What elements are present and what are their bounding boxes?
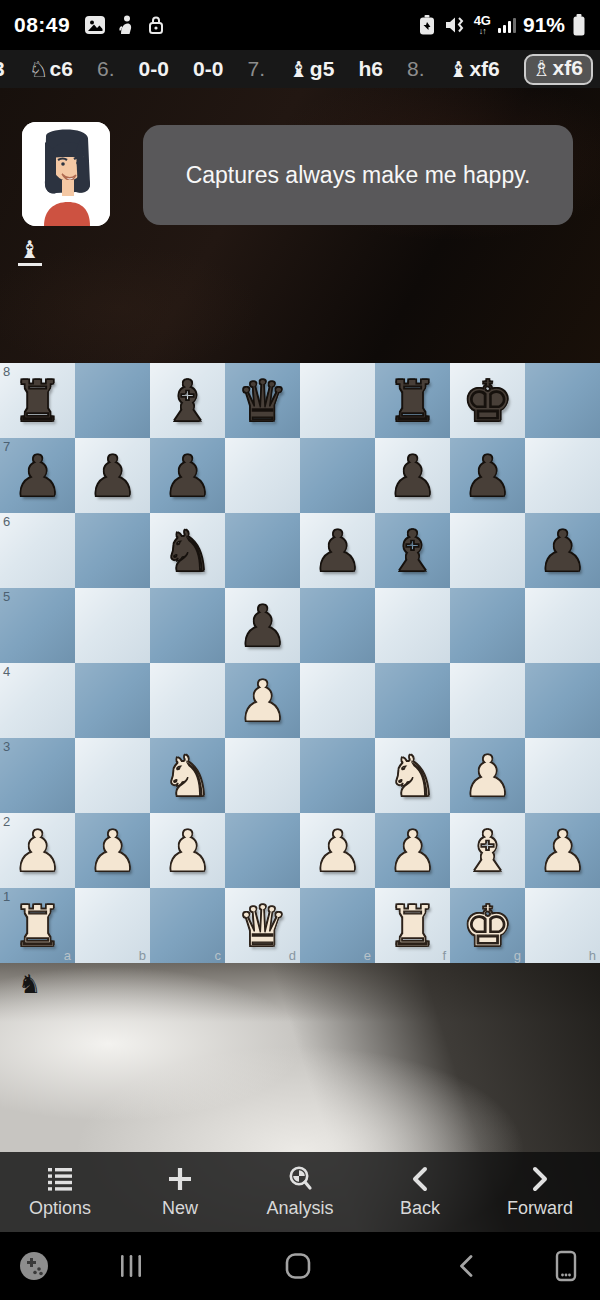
square-d8[interactable]: ♛ [225, 363, 300, 438]
move-text: xf6 [469, 57, 499, 81]
move-text: 0-0 [139, 57, 169, 81]
figurine-icon: ♝ [289, 57, 309, 82]
move-item[interactable]: ♗xf6 [524, 54, 593, 85]
back-icon[interactable] [444, 1232, 488, 1300]
piece-black-king: ♚ [462, 373, 513, 430]
square-e8[interactable] [300, 363, 375, 438]
square-e6[interactable]: ♟ [300, 513, 375, 588]
square-e2[interactable]: ♟ [300, 813, 375, 888]
square-h5[interactable] [525, 588, 600, 663]
move-text: 3 [0, 57, 5, 81]
square-h8[interactable] [525, 363, 600, 438]
piece-black-pawn: ♟ [87, 448, 138, 505]
back-label: Back [400, 1198, 440, 1219]
analysis-lens-icon [286, 1165, 314, 1192]
square-c3[interactable]: ♞ [150, 738, 225, 813]
piece-white-knight: ♞ [387, 748, 438, 805]
square-c6[interactable]: ♞ [150, 513, 225, 588]
piece-white-king: ♚ [462, 898, 513, 955]
piece-black-pawn: ♟ [162, 448, 213, 505]
file-label: f [442, 948, 446, 963]
square-a7[interactable]: 7♟ [0, 438, 75, 513]
square-h4[interactable] [525, 663, 600, 738]
battery-percent: 91% [523, 13, 565, 37]
square-f4[interactable] [375, 663, 450, 738]
square-g5[interactable] [450, 588, 525, 663]
file-label: a [64, 948, 71, 963]
square-f5[interactable] [375, 588, 450, 663]
move-text: c6 [50, 57, 73, 81]
square-f8[interactable]: ♜ [375, 363, 450, 438]
piece-black-pawn: ♟ [462, 448, 513, 505]
square-e1[interactable]: e [300, 888, 375, 963]
figurine-icon: ♗ [532, 56, 552, 81]
coach-speech-bubble: Captures always make me happy. [143, 125, 573, 225]
square-f1[interactable]: f♜ [375, 888, 450, 963]
square-g6[interactable] [450, 513, 525, 588]
square-g8[interactable]: ♚ [450, 363, 525, 438]
rank-label: 5 [3, 589, 10, 604]
square-b2[interactable]: ♟ [75, 813, 150, 888]
square-a1[interactable]: 1a♜ [0, 888, 75, 963]
square-a5[interactable]: 5 [0, 588, 75, 663]
piece-black-rook: ♜ [12, 373, 63, 430]
square-g2[interactable]: ♝ [450, 813, 525, 888]
square-b8[interactable] [75, 363, 150, 438]
square-a2[interactable]: 2♟ [0, 813, 75, 888]
square-e3[interactable] [300, 738, 375, 813]
lock-icon [146, 14, 166, 36]
piece-black-pawn: ♟ [12, 448, 63, 505]
battery-icon [572, 13, 586, 37]
square-e5[interactable] [300, 588, 375, 663]
forward-label: Forward [507, 1198, 573, 1219]
piece-white-pawn: ♟ [87, 823, 138, 880]
game-tools-icon[interactable] [14, 1232, 54, 1300]
piece-white-pawn: ♟ [387, 823, 438, 880]
move-item[interactable]: h6 [358, 57, 383, 81]
square-e4[interactable] [300, 663, 375, 738]
square-h7[interactable] [525, 438, 600, 513]
move-list: 3♘c66.0-00-07.♝g5h68.♝xf6♗xf6 [0, 50, 600, 88]
options-list-icon [46, 1166, 74, 1192]
move-text: 0-0 [193, 57, 223, 81]
move-number: 7. [247, 57, 265, 81]
move-text: 6. [97, 57, 115, 81]
square-c2[interactable]: ♟ [150, 813, 225, 888]
move-item[interactable]: ♘c6 [29, 57, 73, 82]
piece-white-pawn: ♟ [312, 823, 363, 880]
chess-app-screen: 08:49 4G ↓↑ 91% [0, 0, 600, 1300]
square-e7[interactable] [300, 438, 375, 513]
new-game-button[interactable]: New [120, 1152, 240, 1232]
piece-white-pawn: ♟ [537, 823, 588, 880]
square-f7[interactable]: ♟ [375, 438, 450, 513]
file-label: d [289, 948, 296, 963]
square-h3[interactable] [525, 738, 600, 813]
captured-black-knight-icon: ♞ [18, 971, 41, 997]
piece-white-pawn: ♟ [462, 748, 513, 805]
piece-white-queen: ♛ [237, 898, 288, 955]
piece-black-pawn: ♟ [312, 523, 363, 580]
network-4g-icon: 4G ↓↑ [474, 14, 491, 36]
forward-move-button[interactable]: Forward [480, 1152, 600, 1232]
move-partial: 3 [0, 57, 5, 81]
move-text: xf6 [553, 56, 583, 80]
home-icon[interactable] [274, 1232, 322, 1300]
piece-white-bishop: ♝ [462, 823, 513, 880]
piece-black-pawn: ♟ [537, 523, 588, 580]
piece-white-pawn: ♟ [237, 673, 288, 730]
square-h1[interactable]: h [525, 888, 600, 963]
file-label: g [514, 948, 521, 963]
square-b5[interactable] [75, 588, 150, 663]
move-text: 7. [247, 57, 265, 81]
move-item[interactable]: ♝xf6 [449, 57, 500, 82]
chess-board: 8♜♝♛♜♚7♟♟♟♟♟6♞♟♝♟5♟4♟3♞♞♟2♟♟♟♟♟♝♟1a♜bcd♛… [0, 363, 600, 963]
chevron-left-icon [409, 1166, 431, 1192]
move-item[interactable]: 0-0 [139, 57, 169, 81]
clock-time: 08:49 [14, 13, 70, 37]
coach-avatar [22, 122, 110, 226]
square-c8[interactable]: ♝ [150, 363, 225, 438]
piece-black-pawn: ♟ [237, 598, 288, 655]
square-g4[interactable] [450, 663, 525, 738]
back-move-button[interactable]: Back [360, 1152, 480, 1232]
piece-white-rook: ♜ [12, 898, 63, 955]
piece-black-pawn: ♟ [387, 448, 438, 505]
rank-label: 2 [3, 814, 10, 829]
square-h6[interactable]: ♟ [525, 513, 600, 588]
square-b3[interactable] [75, 738, 150, 813]
square-f3[interactable]: ♞ [375, 738, 450, 813]
square-c5[interactable] [150, 588, 225, 663]
move-text: h6 [358, 57, 383, 81]
rank-label: 6 [3, 514, 10, 529]
figurine-icon: ♝ [449, 57, 469, 82]
new-label: New [162, 1198, 198, 1219]
square-d2[interactable] [225, 813, 300, 888]
status-bar: 08:49 4G ↓↑ 91% [0, 0, 600, 50]
file-label: h [589, 948, 596, 963]
square-c4[interactable] [150, 663, 225, 738]
square-c1[interactable]: c [150, 888, 225, 963]
square-g3[interactable]: ♟ [450, 738, 525, 813]
square-d4[interactable]: ♟ [225, 663, 300, 738]
square-a6[interactable]: 6 [0, 513, 75, 588]
rank-label: 3 [3, 739, 10, 754]
square-a4[interactable]: 4 [0, 663, 75, 738]
rank-label: 8 [3, 364, 10, 379]
power-saver-icon [418, 14, 436, 36]
file-label: e [364, 948, 371, 963]
square-d7[interactable] [225, 438, 300, 513]
rank-label: 4 [3, 664, 10, 679]
move-number: 6. [97, 57, 115, 81]
coach-message: Captures always make me happy. [186, 162, 531, 189]
bottom-toolbar: Options New Analysis Back Forward [0, 1152, 600, 1232]
square-d3[interactable] [225, 738, 300, 813]
file-label: c [215, 948, 222, 963]
rank-label: 1 [3, 889, 10, 904]
piece-black-rook: ♜ [387, 373, 438, 430]
square-a3[interactable]: 3 [0, 738, 75, 813]
captured-white-bishop-icon: ♝ [18, 238, 42, 266]
gallery-icon [84, 14, 106, 36]
piece-white-pawn: ♟ [162, 823, 213, 880]
piece-white-knight: ♞ [162, 748, 213, 805]
phone-panel-icon[interactable] [546, 1232, 586, 1300]
square-b4[interactable] [75, 663, 150, 738]
square-b1[interactable]: b [75, 888, 150, 963]
square-b7[interactable]: ♟ [75, 438, 150, 513]
move-item[interactable]: 0-0 [193, 57, 223, 81]
plus-icon [166, 1166, 194, 1192]
piece-black-knight: ♞ [162, 523, 213, 580]
signal-bars-icon [498, 17, 516, 33]
move-text: 8. [407, 57, 425, 81]
android-nav-bar [0, 1232, 600, 1300]
analysis-label: Analysis [266, 1198, 333, 1219]
move-number: 8. [407, 57, 425, 81]
recents-icon[interactable] [108, 1232, 154, 1300]
square-a8[interactable]: 8♜ [0, 363, 75, 438]
options-label: Options [29, 1198, 91, 1219]
piece-white-pawn: ♟ [12, 823, 63, 880]
figurine-icon: ♘ [29, 57, 49, 82]
square-f6[interactable]: ♝ [375, 513, 450, 588]
move-text: g5 [310, 57, 335, 81]
piece-black-bishop: ♝ [162, 373, 213, 430]
piece-black-bishop: ♝ [387, 523, 438, 580]
piece-black-queen: ♛ [237, 373, 288, 430]
square-d5[interactable]: ♟ [225, 588, 300, 663]
square-c7[interactable]: ♟ [150, 438, 225, 513]
square-b6[interactable] [75, 513, 150, 588]
vibrate-icon [443, 14, 467, 36]
file-label: b [139, 948, 146, 963]
options-button[interactable]: Options [0, 1152, 120, 1232]
piece-white-rook: ♜ [387, 898, 438, 955]
square-h2[interactable]: ♟ [525, 813, 600, 888]
chevron-right-icon [529, 1166, 551, 1192]
square-g1[interactable]: g♚ [450, 888, 525, 963]
square-f2[interactable]: ♟ [375, 813, 450, 888]
square-g7[interactable]: ♟ [450, 438, 525, 513]
app-notification-icon [116, 14, 136, 36]
analysis-button[interactable]: Analysis [240, 1152, 360, 1232]
rank-label: 7 [3, 439, 10, 454]
square-d1[interactable]: d♛ [225, 888, 300, 963]
move-item[interactable]: ♝g5 [289, 57, 334, 82]
square-d6[interactable] [225, 513, 300, 588]
